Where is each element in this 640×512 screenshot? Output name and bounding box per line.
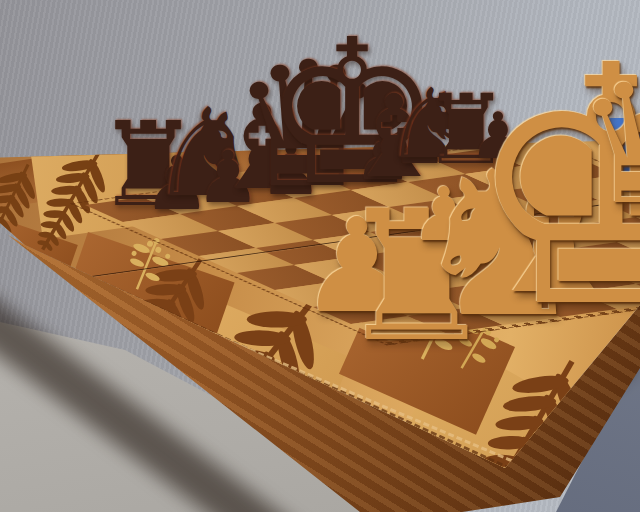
photo-scene: ♜♟♞♟♝♟♛♚♟♝♟♞♜♟♟♜♟♞♝♚♛: [0, 0, 640, 512]
light-queen[interactable]: ♛: [574, 75, 640, 210]
pieces-layer: ♜♟♞♟♝♟♛♚♟♝♟♞♜♟♟♜♟♞♝♚♛: [0, 0, 640, 512]
